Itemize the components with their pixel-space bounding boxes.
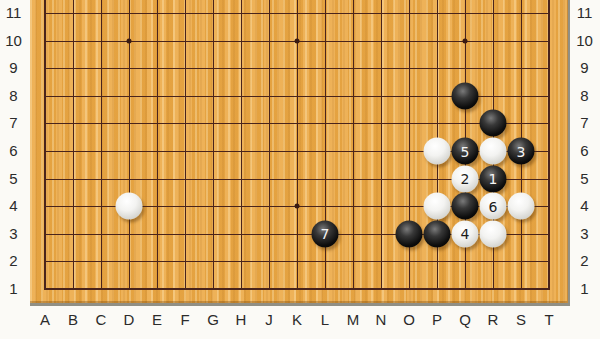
- grid-line-col-T: [548, 0, 550, 290]
- star-point-K10: [295, 38, 300, 43]
- stone-move-number: 1: [489, 172, 498, 186]
- grid-line-col-N: [381, 0, 382, 290]
- stone-black-R7[interactable]: [480, 110, 507, 137]
- stone-black-S6[interactable]: 3: [508, 138, 535, 165]
- stone-move-number: 4: [461, 227, 470, 241]
- row-label-left-3: 3: [0, 225, 27, 243]
- grid-line-col-F: [185, 0, 186, 290]
- stone-black-Q6[interactable]: 5: [452, 138, 479, 165]
- stone-white-P4[interactable]: [424, 193, 451, 220]
- row-label-right-2: 2: [571, 252, 598, 270]
- column-label-O: O: [403, 311, 415, 329]
- star-point-K4: [295, 204, 300, 209]
- column-label-B: B: [68, 311, 78, 329]
- grid-line-col-D: [129, 0, 130, 290]
- row-label-right-10: 10: [571, 32, 598, 50]
- grid-line-col-C: [101, 0, 102, 290]
- stone-move-number: 7: [321, 227, 330, 241]
- row-label-right-3: 3: [571, 225, 598, 243]
- column-label-K: K: [292, 311, 302, 329]
- grid-line-col-H: [241, 0, 242, 290]
- grid-line-row-7: [44, 123, 550, 124]
- column-label-R: R: [488, 311, 499, 329]
- column-label-J: J: [265, 311, 273, 329]
- stone-move-number: 6: [489, 199, 498, 213]
- column-label-E: E: [152, 311, 162, 329]
- column-label-L: L: [321, 311, 329, 329]
- grid-line-col-M: [353, 0, 354, 290]
- row-label-right-7: 7: [571, 114, 598, 132]
- row-label-right-9: 9: [571, 59, 598, 77]
- stone-black-R5[interactable]: 1: [480, 165, 507, 192]
- grid-line-row-9: [44, 68, 550, 69]
- column-label-D: D: [124, 311, 135, 329]
- column-label-H: H: [236, 311, 247, 329]
- column-label-G: G: [207, 311, 219, 329]
- column-label-F: F: [180, 311, 189, 329]
- grid-line-row-2: [44, 261, 550, 262]
- stone-move-number: 2: [461, 172, 470, 186]
- row-label-left-10: 10: [0, 32, 27, 50]
- stone-white-Q5[interactable]: 2: [452, 165, 479, 192]
- row-label-left-11: 11: [0, 4, 27, 22]
- row-label-left-9: 9: [0, 59, 27, 77]
- stone-black-O3[interactable]: [396, 220, 423, 247]
- column-label-M: M: [347, 311, 360, 329]
- column-label-N: N: [376, 311, 387, 329]
- grid-line-col-B: [73, 0, 74, 290]
- column-label-C: C: [96, 311, 107, 329]
- column-label-P: P: [432, 311, 442, 329]
- stone-white-R4[interactable]: 6: [480, 193, 507, 220]
- grid-line-col-E: [157, 0, 158, 290]
- row-label-left-4: 4: [0, 197, 27, 215]
- stone-move-number: 3: [517, 144, 526, 158]
- grid-line-col-G: [213, 0, 214, 290]
- row-label-left-8: 8: [0, 87, 27, 105]
- row-label-left-7: 7: [0, 114, 27, 132]
- grid-line-col-A: [44, 0, 46, 290]
- row-label-right-6: 6: [571, 142, 598, 160]
- row-label-right-4: 4: [571, 197, 598, 215]
- grid-line-col-K: [297, 0, 298, 290]
- stone-white-S4[interactable]: [508, 193, 535, 220]
- stone-white-P6[interactable]: [424, 138, 451, 165]
- column-label-A: A: [40, 311, 50, 329]
- star-point-Q10: [463, 38, 468, 43]
- row-label-left-2: 2: [0, 252, 27, 270]
- stone-black-Q4[interactable]: [452, 193, 479, 220]
- star-point-D10: [127, 38, 132, 43]
- row-label-right-8: 8: [571, 87, 598, 105]
- stone-white-D4[interactable]: [116, 193, 143, 220]
- row-label-left-1: 1: [0, 280, 27, 298]
- row-label-left-6: 6: [0, 142, 27, 160]
- stone-white-R3[interactable]: [480, 220, 507, 247]
- column-label-S: S: [516, 311, 526, 329]
- grid-line-row-11: [44, 13, 550, 14]
- row-label-left-5: 5: [0, 170, 27, 188]
- stone-move-number: 5: [461, 144, 470, 158]
- row-label-right-11: 11: [571, 4, 598, 22]
- grid-line-row-1: [44, 288, 550, 290]
- grid-line-col-J: [269, 0, 270, 290]
- stone-white-R6[interactable]: [480, 138, 507, 165]
- column-label-Q: Q: [459, 311, 471, 329]
- go-board[interactable]: 5321647: [30, 0, 570, 306]
- row-label-right-1: 1: [571, 280, 598, 298]
- row-label-right-5: 5: [571, 170, 598, 188]
- column-label-T: T: [544, 311, 553, 329]
- stone-black-L3[interactable]: 7: [312, 220, 339, 247]
- stone-black-Q8[interactable]: [452, 82, 479, 109]
- stone-black-P3[interactable]: [424, 220, 451, 247]
- stone-white-Q3[interactable]: 4: [452, 220, 479, 247]
- go-diagram-page: 5321647 1234567891011 1234567891011 ABCD…: [0, 0, 600, 339]
